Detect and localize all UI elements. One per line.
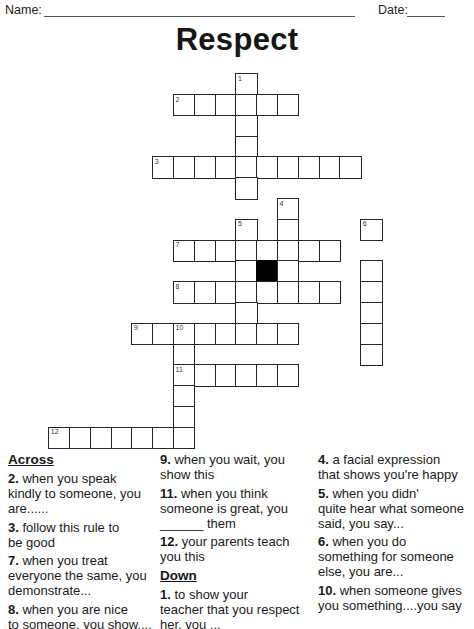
answer-cell-r17c4[interactable] [131, 427, 153, 449]
date-label: Date: [378, 3, 408, 17]
answer-cell-r14c7[interactable] [194, 364, 216, 386]
date-input-line[interactable] [407, 2, 445, 17]
answer-cell-r8c12[interactable] [298, 240, 320, 262]
clue-text: a facial expression that shows you're ha… [318, 452, 458, 482]
clue-across-11: 11. when you think someone is great, you… [160, 486, 318, 531]
clue-column-2: 9. when you wait, you show this11. when … [160, 452, 318, 629]
cell-number-4: 4 [280, 200, 284, 208]
clue-text: when you are nice to someone, you show..… [8, 602, 152, 629]
answer-cell-r9c9[interactable] [235, 260, 257, 282]
answer-cell-r10c11[interactable] [277, 281, 299, 303]
clue-number: 6. [318, 534, 329, 549]
answer-cell-r4c10[interactable] [256, 156, 278, 178]
answer-cell-r8c7[interactable] [194, 240, 216, 262]
answer-cell-r14c9[interactable] [235, 364, 257, 386]
cell-number-8: 8 [176, 283, 180, 291]
clue-text: to show your teacher that you respect he… [160, 587, 299, 629]
answer-cell-r17c2[interactable] [90, 427, 112, 449]
answer-cell-r7c11[interactable] [277, 219, 299, 241]
answer-cell-r11c15[interactable] [360, 302, 382, 324]
answer-cell-r12c15[interactable] [360, 323, 382, 345]
answer-cell-r1c11[interactable] [277, 94, 299, 116]
cell-number-10: 10 [176, 324, 184, 332]
answer-cell-r10c12[interactable] [298, 281, 320, 303]
answer-cell-r2c9[interactable] [235, 115, 257, 137]
answer-cell-r13c6[interactable] [173, 344, 195, 366]
clue-text: when you didn' quite hear what someone s… [318, 486, 464, 531]
name-input-line[interactable] [44, 2, 355, 17]
answer-cell-r12c10[interactable] [256, 323, 278, 345]
answer-cell-r14c11[interactable] [277, 364, 299, 386]
answer-cell-r8c10[interactable] [256, 240, 278, 262]
clue-text: when you speak kindly to someone, you ar… [8, 471, 141, 516]
clue-text: when you treat everyone the same, you de… [8, 553, 147, 598]
answer-cell-r10c13[interactable] [319, 281, 341, 303]
clue-column-3: 4. a facial expression that shows you're… [318, 452, 474, 616]
clue-down-5: 5. when you didn' quite hear what someon… [318, 486, 474, 531]
answer-cell-r8c13[interactable] [319, 240, 341, 262]
clue-text: your parents teach you this [160, 534, 289, 564]
clue-text: when you wait, you show this [160, 452, 285, 482]
answer-cell-r10c7[interactable] [194, 281, 216, 303]
clue-text: when someone gives you something....you … [318, 583, 462, 613]
clue-number: 5. [318, 486, 329, 501]
answer-cell-r11c9[interactable] [235, 302, 257, 324]
clue-across-3: 3. follow this rule to be good [8, 520, 159, 550]
black-cell [256, 260, 278, 282]
answer-cell-r16c6[interactable] [173, 406, 195, 428]
answer-cell-r8c9[interactable] [235, 240, 257, 262]
answer-cell-r1c10[interactable] [256, 94, 278, 116]
clue-across-9: 9. when you wait, you show this [160, 452, 318, 482]
answer-cell-r4c14[interactable] [339, 156, 361, 178]
clue-across-8: 8. when you are nice to someone, you sho… [8, 602, 159, 629]
clue-down-6: 6. when you do something for someone els… [318, 534, 474, 579]
across-header: Across [8, 452, 159, 467]
clue-number: 1. [160, 587, 171, 602]
answer-cell-r1c8[interactable] [215, 94, 237, 116]
clue-column-1: Across2. when you speak kindly to someon… [8, 452, 159, 629]
answer-cell-r4c8[interactable] [215, 156, 237, 178]
cell-number-2: 2 [176, 96, 180, 104]
clue-down-1: 1. to show your teacher that you respect… [160, 587, 318, 629]
answer-cell-r12c5[interactable] [152, 323, 174, 345]
answer-cell-r10c10[interactable] [256, 281, 278, 303]
answer-cell-r12c8[interactable] [215, 323, 237, 345]
answer-cell-r4c12[interactable] [298, 156, 320, 178]
answer-cell-r10c9[interactable] [235, 281, 257, 303]
clue-number: 4. [318, 452, 329, 467]
clue-across-2: 2. when you speak kindly to someone, you… [8, 471, 159, 516]
clue-down-10: 10. when someone gives you something....… [318, 583, 474, 613]
puzzle-title: Respect [0, 22, 474, 58]
clue-number: 12. [160, 534, 178, 549]
cell-number-7: 7 [176, 241, 180, 249]
answer-cell-r4c13[interactable] [319, 156, 341, 178]
down-header: Down [160, 568, 318, 583]
clue-number: 8. [8, 602, 19, 617]
cell-number-12: 12 [51, 428, 59, 436]
answer-cell-r9c11[interactable] [277, 260, 299, 282]
answer-cell-r4c6[interactable] [173, 156, 195, 178]
answer-cell-r14c10[interactable] [256, 364, 278, 386]
answer-cell-r12c7[interactable] [194, 323, 216, 345]
answer-cell-r17c5[interactable] [152, 427, 174, 449]
answer-cell-r3c9[interactable] [235, 136, 257, 158]
answer-cell-r4c7[interactable] [194, 156, 216, 178]
clue-number: 10. [318, 583, 336, 598]
cell-number-5: 5 [238, 220, 242, 228]
answer-cell-r4c11[interactable] [277, 156, 299, 178]
cell-number-9: 9 [134, 324, 138, 332]
clue-number: 2. [8, 471, 19, 486]
clue-text: follow this rule to be good [8, 520, 119, 550]
cell-number-11: 11 [176, 366, 183, 374]
answer-cell-r10c15[interactable] [360, 281, 382, 303]
answer-cell-r17c1[interactable] [69, 427, 91, 449]
answer-cell-r12c11[interactable] [277, 323, 299, 345]
clue-number: 9. [160, 452, 171, 467]
clue-across-12: 12. your parents teach you this [160, 534, 318, 564]
name-label: Name: [5, 3, 42, 17]
answer-cell-r13c15[interactable] [360, 344, 382, 366]
answer-cell-r9c15[interactable] [360, 260, 382, 282]
crossword-grid: 123456789101112 [49, 74, 383, 450]
cell-number-6: 6 [363, 220, 367, 228]
clue-across-7: 7. when you treat everyone the same, you… [8, 553, 159, 598]
answer-cell-r8c8[interactable] [215, 240, 237, 262]
answer-cell-r14c8[interactable] [215, 364, 237, 386]
answer-cell-r1c7[interactable] [194, 94, 216, 116]
clue-text: when you think someone is great, you ___… [160, 486, 288, 531]
clue-number: 11. [160, 486, 177, 501]
answer-cell-r17c6[interactable] [173, 427, 195, 449]
clue-down-4: 4. a facial expression that shows you're… [318, 452, 474, 482]
answer-cell-r8c11[interactable] [277, 240, 299, 262]
cell-number-1: 1 [238, 75, 242, 83]
answer-cell-r17c3[interactable] [111, 427, 133, 449]
clue-text: when you do something for someone else, … [318, 534, 454, 579]
answer-cell-r1c9[interactable] [235, 94, 257, 116]
answer-cell-r4c9[interactable] [235, 156, 257, 178]
answer-cell-r10c8[interactable] [215, 281, 237, 303]
cell-number-3: 3 [155, 158, 159, 166]
answer-cell-r15c6[interactable] [173, 385, 195, 407]
clue-number: 7. [8, 553, 19, 568]
answer-cell-r5c9[interactable] [235, 177, 257, 199]
clue-number: 3. [8, 520, 19, 535]
answer-cell-r12c9[interactable] [235, 323, 257, 345]
